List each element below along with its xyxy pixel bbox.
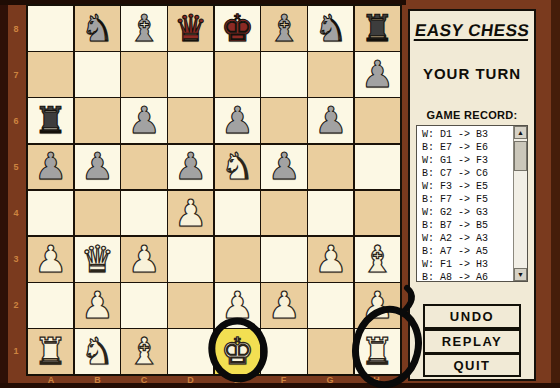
move-entry: W: F3 -> E5 bbox=[422, 180, 527, 193]
board-grid: ♞♝♛♚♝♞♜♟♜♟♟♟♟♟♟♞♟♟♟♛♟♟♝♟♟♟♟♜♞♝♚♜ bbox=[28, 6, 400, 374]
white-pawn-d4[interactable]: ♟ bbox=[174, 195, 207, 232]
file-label-h: H bbox=[369, 375, 385, 385]
file-label-c: C bbox=[136, 375, 152, 385]
square-b1[interactable]: ♞ bbox=[75, 329, 120, 374]
black-pawn-b5[interactable]: ♟ bbox=[81, 148, 114, 185]
square-b2[interactable]: ♟ bbox=[75, 283, 120, 328]
square-e2[interactable]: ♟ bbox=[215, 283, 260, 328]
black-pawn-d5[interactable]: ♟ bbox=[174, 148, 207, 185]
scrollbar-down-button[interactable]: ▼ bbox=[514, 268, 527, 281]
white-pawn-g3[interactable]: ♟ bbox=[314, 241, 347, 278]
rank-label-3: 3 bbox=[8, 254, 24, 264]
white-pawn-h2[interactable]: ♟ bbox=[361, 287, 394, 324]
black-pawn-g6[interactable]: ♟ bbox=[314, 102, 347, 139]
white-pawn-e2[interactable]: ♟ bbox=[221, 287, 254, 324]
square-a8[interactable] bbox=[28, 6, 73, 51]
white-rook-a1[interactable]: ♜ bbox=[34, 333, 67, 370]
square-f1[interactable] bbox=[261, 329, 306, 374]
quit-button[interactable]: QUIT bbox=[423, 353, 521, 377]
square-d7[interactable] bbox=[168, 52, 213, 97]
square-d6[interactable] bbox=[168, 98, 213, 143]
white-pawn-f2[interactable]: ♟ bbox=[267, 287, 300, 324]
square-g4[interactable] bbox=[308, 191, 353, 236]
square-e3[interactable] bbox=[215, 237, 260, 282]
rank-label-8: 8 bbox=[8, 24, 24, 34]
white-pawn-a3[interactable]: ♟ bbox=[34, 241, 67, 278]
black-king-e8[interactable]: ♚ bbox=[221, 10, 254, 47]
square-g8[interactable]: ♞ bbox=[308, 6, 353, 51]
square-a3[interactable]: ♟ bbox=[28, 237, 73, 282]
black-bishop-f8[interactable]: ♝ bbox=[267, 10, 300, 47]
square-d2[interactable] bbox=[168, 283, 213, 328]
move-entry: B: C7 -> C6 bbox=[422, 167, 527, 180]
scrollbar-thumb[interactable] bbox=[514, 141, 527, 171]
square-g1[interactable] bbox=[308, 329, 353, 374]
black-pawn-h7[interactable]: ♟ bbox=[361, 56, 394, 93]
square-b8[interactable]: ♞ bbox=[75, 6, 120, 51]
black-knight-b8[interactable]: ♞ bbox=[81, 10, 114, 47]
square-e7[interactable] bbox=[215, 52, 260, 97]
undo-button[interactable]: UNDO bbox=[423, 304, 521, 329]
square-h6[interactable] bbox=[355, 98, 400, 143]
white-rook-h1[interactable]: ♜ bbox=[361, 333, 394, 370]
black-pawn-c6[interactable]: ♟ bbox=[127, 102, 160, 139]
game-record-label: GAME RECORD: bbox=[410, 109, 534, 121]
square-h2[interactable]: ♟ bbox=[355, 283, 400, 328]
move-entry: B: B7 -> B5 bbox=[422, 219, 527, 232]
square-b6[interactable] bbox=[75, 98, 120, 143]
move-entry: B: A8 -> A6 bbox=[422, 271, 527, 282]
square-b7[interactable] bbox=[75, 52, 120, 97]
white-pawn-b2[interactable]: ♟ bbox=[81, 287, 114, 324]
scrollbar-track[interactable]: ▲ ▼ bbox=[513, 126, 527, 281]
move-entry: B: E7 -> E6 bbox=[422, 141, 527, 154]
file-label-d: D bbox=[183, 375, 199, 385]
frame-edge-right bbox=[551, 0, 560, 388]
move-entry: W: G1 -> F3 bbox=[422, 154, 527, 167]
square-e1[interactable]: ♚ bbox=[215, 329, 260, 374]
square-c8[interactable]: ♝ bbox=[121, 6, 166, 51]
chess-board: ♞♝♛♚♝♞♜♟♜♟♟♟♟♟♟♞♟♟♟♛♟♟♝♟♟♟♟♜♞♝♚♜ bbox=[26, 4, 402, 376]
file-label-g: G bbox=[322, 375, 338, 385]
white-bishop-h3[interactable]: ♝ bbox=[361, 241, 394, 278]
square-h3[interactable]: ♝ bbox=[355, 237, 400, 282]
white-knight-b1[interactable]: ♞ bbox=[81, 333, 114, 370]
file-label-a: A bbox=[43, 375, 59, 385]
square-c3[interactable]: ♟ bbox=[121, 237, 166, 282]
sidebar-panel: EASY CHESS YOUR TURN GAME RECORD: W: D1 … bbox=[408, 9, 536, 381]
frame-edge-left bbox=[0, 0, 8, 388]
square-d8[interactable]: ♛ bbox=[168, 6, 213, 51]
square-g6[interactable]: ♟ bbox=[308, 98, 353, 143]
black-rook-h8[interactable]: ♜ bbox=[361, 10, 394, 47]
square-e6[interactable]: ♟ bbox=[215, 98, 260, 143]
square-c2[interactable] bbox=[121, 283, 166, 328]
black-pawn-e6[interactable]: ♟ bbox=[221, 102, 254, 139]
move-entry: W: A2 -> A3 bbox=[422, 232, 527, 245]
square-h8[interactable]: ♜ bbox=[355, 6, 400, 51]
rank-label-1: 1 bbox=[8, 346, 24, 356]
square-d1[interactable] bbox=[168, 329, 213, 374]
move-entry: B: A7 -> A5 bbox=[422, 245, 527, 258]
white-knight-e5[interactable]: ♞ bbox=[221, 148, 254, 185]
square-h4[interactable] bbox=[355, 191, 400, 236]
square-f2[interactable]: ♟ bbox=[261, 283, 306, 328]
square-e5[interactable]: ♞ bbox=[215, 145, 260, 190]
rank-label-4: 4 bbox=[8, 208, 24, 218]
square-f4[interactable] bbox=[261, 191, 306, 236]
rank-label-2: 2 bbox=[8, 300, 24, 310]
move-list: W: D1 -> B3B: E7 -> E6W: G1 -> F3B: C7 -… bbox=[417, 126, 527, 282]
file-label-b: B bbox=[90, 375, 106, 385]
square-d5[interactable]: ♟ bbox=[168, 145, 213, 190]
square-f3[interactable] bbox=[261, 237, 306, 282]
replay-button[interactable]: REPLAY bbox=[423, 329, 521, 354]
rank-label-5: 5 bbox=[8, 162, 24, 172]
square-h7[interactable]: ♟ bbox=[355, 52, 400, 97]
black-bishop-c8[interactable]: ♝ bbox=[127, 10, 160, 47]
square-a1[interactable]: ♜ bbox=[28, 329, 73, 374]
black-pawn-a5[interactable]: ♟ bbox=[34, 148, 67, 185]
turn-status: YOUR TURN bbox=[410, 65, 534, 82]
scrollbar-up-button[interactable]: ▲ bbox=[514, 126, 527, 139]
move-entry: W: G2 -> G3 bbox=[422, 206, 527, 219]
square-h1[interactable]: ♜ bbox=[355, 329, 400, 374]
square-h5[interactable] bbox=[355, 145, 400, 190]
black-queen-d8[interactable]: ♛ bbox=[174, 10, 207, 47]
square-c1[interactable]: ♝ bbox=[121, 329, 166, 374]
white-king-e1[interactable]: ♚ bbox=[221, 333, 254, 370]
game-record-listbox[interactable]: W: D1 -> B3B: E7 -> E6W: G1 -> F3B: C7 -… bbox=[416, 125, 528, 282]
square-a5[interactable]: ♟ bbox=[28, 145, 73, 190]
square-g5[interactable] bbox=[308, 145, 353, 190]
rank-label-6: 6 bbox=[8, 116, 24, 126]
square-a2[interactable] bbox=[28, 283, 73, 328]
square-e4[interactable] bbox=[215, 191, 260, 236]
move-entry: W: D1 -> B3 bbox=[422, 128, 527, 141]
square-c4[interactable] bbox=[121, 191, 166, 236]
square-g2[interactable] bbox=[308, 283, 353, 328]
square-d4[interactable]: ♟ bbox=[168, 191, 213, 236]
square-c5[interactable] bbox=[121, 145, 166, 190]
square-d3[interactable] bbox=[168, 237, 213, 282]
white-queen-b3[interactable]: ♛ bbox=[81, 241, 114, 278]
square-a4[interactable] bbox=[28, 191, 73, 236]
black-rook-a6[interactable]: ♜ bbox=[34, 102, 67, 139]
file-label-f: F bbox=[276, 375, 292, 385]
square-e8[interactable]: ♚ bbox=[215, 6, 260, 51]
square-f5[interactable]: ♟ bbox=[261, 145, 306, 190]
square-c7[interactable] bbox=[121, 52, 166, 97]
square-b3[interactable]: ♛ bbox=[75, 237, 120, 282]
easy-chess-app: ♞♝♛♚♝♞♜♟♜♟♟♟♟♟♟♞♟♟♟♛♟♟♝♟♟♟♟♜♞♝♚♜ 8765432… bbox=[0, 0, 560, 388]
black-pawn-f5[interactable]: ♟ bbox=[267, 148, 300, 185]
square-b4[interactable] bbox=[75, 191, 120, 236]
square-a7[interactable] bbox=[28, 52, 73, 97]
move-entry: B: F7 -> F5 bbox=[422, 193, 527, 206]
black-knight-g8[interactable]: ♞ bbox=[314, 10, 347, 47]
square-f8[interactable]: ♝ bbox=[261, 6, 306, 51]
square-f7[interactable] bbox=[261, 52, 306, 97]
white-bishop-c1[interactable]: ♝ bbox=[127, 333, 160, 370]
square-g7[interactable] bbox=[308, 52, 353, 97]
file-label-e: E bbox=[229, 375, 245, 385]
app-title: EASY CHESS bbox=[413, 21, 530, 41]
rank-label-7: 7 bbox=[8, 70, 24, 80]
square-f6[interactable] bbox=[261, 98, 306, 143]
square-c6[interactable]: ♟ bbox=[121, 98, 166, 143]
square-g3[interactable]: ♟ bbox=[308, 237, 353, 282]
move-entry: W: F1 -> H3 bbox=[422, 258, 527, 271]
square-a6[interactable]: ♜ bbox=[28, 98, 73, 143]
square-b5[interactable]: ♟ bbox=[75, 145, 120, 190]
white-pawn-c3[interactable]: ♟ bbox=[127, 241, 160, 278]
